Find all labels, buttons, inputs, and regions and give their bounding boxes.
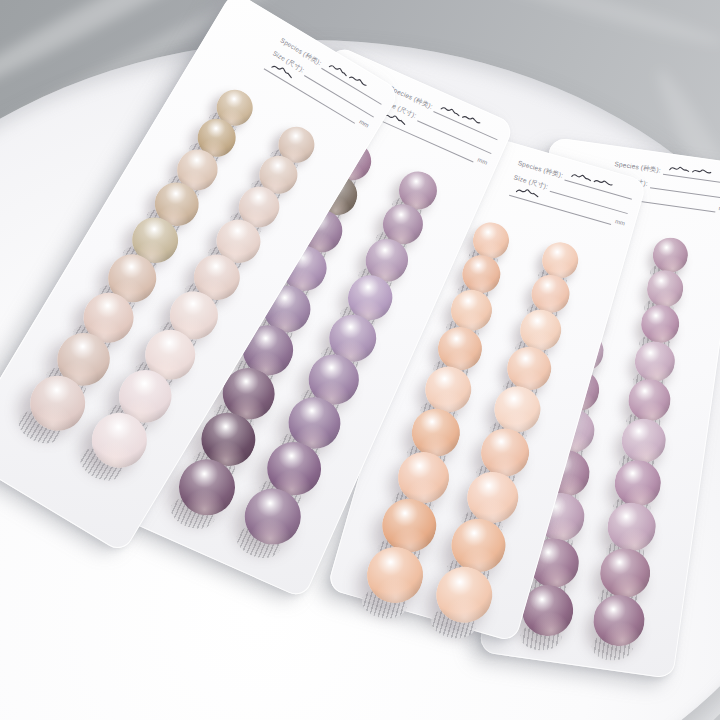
light-streak (433, 0, 720, 53)
mm-unit-label: mm (476, 155, 489, 167)
mm-unit-label: mm (357, 118, 370, 131)
handwriting-mark (668, 162, 715, 179)
handwriting-mark (569, 168, 616, 191)
species-label: Species (种类): (614, 159, 661, 174)
handwriting-mark (513, 183, 541, 201)
mm-unit-label: mm (614, 217, 626, 228)
photo-scene: Species (种类):Size (尺寸):mmSpecies (种类):Si… (0, 0, 720, 720)
